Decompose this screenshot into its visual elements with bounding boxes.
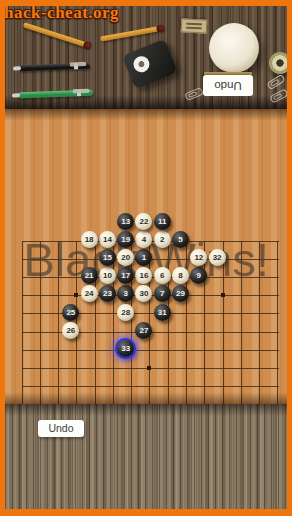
stone-black-15: 15: [99, 249, 116, 266]
pencil-icon: [100, 25, 164, 41]
game-screen: Undo Black Wins! 12345678910111213141516…: [0, 0, 292, 516]
stone-layer: 1234567891011121314151617181920212223242…: [17, 132, 274, 387]
stone-black-33: 33: [117, 340, 134, 357]
black-pen-icon: [19, 63, 90, 71]
stone-black-25: 25: [62, 304, 79, 321]
stone-white-30: 30: [135, 285, 152, 302]
paperclip-icon: [184, 87, 204, 101]
paperclip-icon: [269, 88, 289, 103]
undo-button[interactable]: Undo: [38, 420, 84, 437]
stone-white-2: 2: [154, 231, 171, 248]
paperclip-icon: [266, 74, 285, 91]
stone-black-11: 11: [154, 213, 171, 230]
stone-white-6: 6: [154, 267, 171, 284]
stone-black-23: 23: [99, 285, 116, 302]
frame-border: [0, 0, 5, 516]
frame-border: [287, 0, 292, 516]
stone-white-14: 14: [99, 231, 116, 248]
stone-black-17: 17: [117, 267, 134, 284]
stone-white-24: 24: [81, 285, 98, 302]
stone-black-29: 29: [172, 285, 189, 302]
stone-black-1: 1: [135, 249, 152, 266]
stone-white-22: 22: [135, 213, 152, 230]
stone-black-19: 19: [117, 231, 134, 248]
stone-white-26: 26: [62, 322, 79, 339]
green-pen-icon: [18, 90, 93, 99]
white-stone-bowl: [209, 23, 259, 73]
stone-white-20: 20: [117, 249, 134, 266]
stone-black-31: 31: [154, 304, 171, 321]
watermark: hack-cheat.org: [4, 3, 119, 23]
stone-black-7: 7: [154, 285, 171, 302]
stone-black-27: 27: [135, 322, 152, 339]
undo-button-opponent[interactable]: Undo: [203, 75, 253, 96]
stone-black-13: 13: [117, 213, 134, 230]
stone-white-8: 8: [172, 267, 189, 284]
pencil-icon: [23, 22, 91, 48]
stone-black-9: 9: [190, 267, 207, 284]
supplies-label: [181, 18, 208, 33]
stone-white-16: 16: [135, 267, 152, 284]
stone-white-10: 10: [99, 267, 116, 284]
stone-white-4: 4: [135, 231, 152, 248]
stone-black-21: 21: [81, 267, 98, 284]
stone-white-12: 12: [190, 249, 207, 266]
frame-border: [0, 509, 292, 516]
stone-white-32: 32: [209, 249, 226, 266]
stone-black-5: 5: [172, 231, 189, 248]
frame-border: [0, 0, 292, 6]
tape-dispenser-icon: [122, 39, 178, 90]
stone-white-18: 18: [81, 231, 98, 248]
stone-white-28: 28: [117, 304, 134, 321]
stone-black-3: 3: [117, 285, 134, 302]
